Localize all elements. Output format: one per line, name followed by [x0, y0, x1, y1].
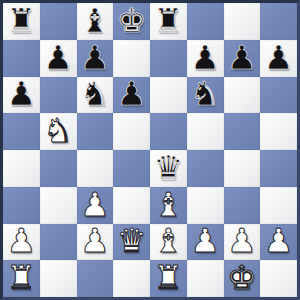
square-c8[interactable]: ♝ — [77, 3, 114, 40]
square-b3[interactable] — [40, 187, 77, 224]
square-f7[interactable]: ♟ — [187, 40, 224, 77]
square-h6[interactable] — [260, 77, 297, 114]
square-g7[interactable]: ♟ — [224, 40, 261, 77]
white-pawn[interactable]: ♟ — [264, 224, 294, 257]
square-b8[interactable] — [40, 3, 77, 40]
square-e5[interactable] — [150, 113, 187, 150]
square-g8[interactable] — [224, 3, 261, 40]
square-b7[interactable]: ♟ — [40, 40, 77, 77]
square-d4[interactable] — [113, 150, 150, 187]
black-pawn[interactable]: ♟ — [227, 41, 257, 74]
white-bishop[interactable]: ♝ — [154, 224, 184, 257]
square-d8[interactable]: ♚ — [113, 3, 150, 40]
square-h8[interactable] — [260, 3, 297, 40]
white-pawn[interactable]: ♟ — [80, 224, 110, 257]
square-d5[interactable] — [113, 113, 150, 150]
white-knight[interactable]: ♞ — [43, 114, 73, 147]
chess-board: ♜♝♚♜♟♟♟♟♟♟♞♟♞♞♛♟♝♟♟♛♝♟♟♟♜♜♚ — [0, 0, 300, 300]
square-a2[interactable]: ♟ — [3, 224, 40, 261]
black-queen[interactable]: ♛ — [154, 151, 184, 184]
square-e3[interactable]: ♝ — [150, 187, 187, 224]
square-a8[interactable]: ♜ — [3, 3, 40, 40]
square-c5[interactable] — [77, 113, 114, 150]
white-pawn[interactable]: ♟ — [227, 224, 257, 257]
white-bishop[interactable]: ♝ — [154, 188, 184, 221]
square-e2[interactable]: ♝ — [150, 224, 187, 261]
square-b2[interactable] — [40, 224, 77, 261]
square-d6[interactable]: ♟ — [113, 77, 150, 114]
square-g4[interactable] — [224, 150, 261, 187]
black-pawn[interactable]: ♟ — [7, 77, 37, 110]
square-f6[interactable]: ♞ — [187, 77, 224, 114]
square-a7[interactable] — [3, 40, 40, 77]
black-knight[interactable]: ♞ — [190, 77, 220, 110]
square-d1[interactable] — [113, 260, 150, 297]
square-c2[interactable]: ♟ — [77, 224, 114, 261]
square-h2[interactable]: ♟ — [260, 224, 297, 261]
square-e1[interactable]: ♜ — [150, 260, 187, 297]
black-pawn[interactable]: ♟ — [80, 41, 110, 74]
square-a6[interactable]: ♟ — [3, 77, 40, 114]
white-pawn[interactable]: ♟ — [7, 224, 37, 257]
square-c1[interactable] — [77, 260, 114, 297]
square-a5[interactable] — [3, 113, 40, 150]
square-c7[interactable]: ♟ — [77, 40, 114, 77]
square-g3[interactable] — [224, 187, 261, 224]
white-queen[interactable]: ♛ — [117, 224, 147, 257]
square-e8[interactable]: ♜ — [150, 3, 187, 40]
square-f2[interactable]: ♟ — [187, 224, 224, 261]
square-f4[interactable] — [187, 150, 224, 187]
square-d7[interactable] — [113, 40, 150, 77]
square-a3[interactable] — [3, 187, 40, 224]
square-g6[interactable] — [224, 77, 261, 114]
square-d2[interactable]: ♛ — [113, 224, 150, 261]
square-a4[interactable] — [3, 150, 40, 187]
square-h7[interactable]: ♟ — [260, 40, 297, 77]
square-e7[interactable] — [150, 40, 187, 77]
square-g2[interactable]: ♟ — [224, 224, 261, 261]
square-b1[interactable] — [40, 260, 77, 297]
square-c6[interactable]: ♞ — [77, 77, 114, 114]
square-b5[interactable]: ♞ — [40, 113, 77, 150]
square-h3[interactable] — [260, 187, 297, 224]
black-pawn[interactable]: ♟ — [117, 77, 147, 110]
square-b6[interactable] — [40, 77, 77, 114]
white-pawn[interactable]: ♟ — [190, 224, 220, 257]
black-bishop[interactable]: ♝ — [80, 4, 110, 37]
square-h5[interactable] — [260, 113, 297, 150]
black-pawn[interactable]: ♟ — [43, 41, 73, 74]
black-knight[interactable]: ♞ — [80, 77, 110, 110]
square-e4[interactable]: ♛ — [150, 150, 187, 187]
white-pawn[interactable]: ♟ — [80, 188, 110, 221]
white-king[interactable]: ♚ — [227, 261, 257, 294]
square-d3[interactable] — [113, 187, 150, 224]
square-c3[interactable]: ♟ — [77, 187, 114, 224]
black-king[interactable]: ♚ — [117, 4, 147, 37]
black-pawn[interactable]: ♟ — [190, 41, 220, 74]
square-f8[interactable] — [187, 3, 224, 40]
white-rook[interactable]: ♜ — [154, 261, 184, 294]
black-pawn[interactable]: ♟ — [264, 41, 294, 74]
square-f3[interactable] — [187, 187, 224, 224]
white-rook[interactable]: ♜ — [7, 261, 37, 294]
square-b4[interactable] — [40, 150, 77, 187]
square-g5[interactable] — [224, 113, 261, 150]
square-c4[interactable] — [77, 150, 114, 187]
square-f1[interactable] — [187, 260, 224, 297]
square-a1[interactable]: ♜ — [3, 260, 40, 297]
square-h4[interactable] — [260, 150, 297, 187]
square-h1[interactable] — [260, 260, 297, 297]
square-e6[interactable] — [150, 77, 187, 114]
black-rook[interactable]: ♜ — [7, 4, 37, 37]
square-f5[interactable] — [187, 113, 224, 150]
square-g1[interactable]: ♚ — [224, 260, 261, 297]
black-rook[interactable]: ♜ — [154, 4, 184, 37]
